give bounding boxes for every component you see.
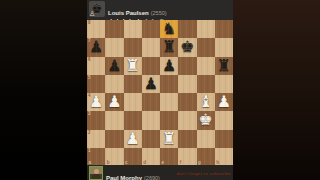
square-b7[interactable] bbox=[105, 38, 123, 56]
square-a2[interactable]: 2 bbox=[87, 130, 105, 148]
square-c4[interactable] bbox=[124, 93, 142, 111]
square-d6[interactable] bbox=[142, 57, 160, 75]
square-b3[interactable] bbox=[105, 111, 123, 129]
bottom-player-name: Paul Morphy bbox=[106, 175, 142, 180]
top-player-avatar: ♚ ♙ bbox=[89, 1, 105, 17]
square-a4[interactable]: 4♟ bbox=[87, 93, 105, 111]
chess-board: 8♞7♟♜♚6♟♜♟♜5♟4♟♟♝♟3♚2♟♜1abcdefgh bbox=[87, 20, 233, 166]
rank-label-1: 1 bbox=[88, 149, 91, 154]
square-f3[interactable] bbox=[178, 111, 196, 129]
rank-label-6: 6 bbox=[88, 58, 91, 63]
square-e7[interactable]: ♜ bbox=[160, 38, 178, 56]
chess-app: ♚ ♙ Louis Paulsen(2550) ♟♟♟♟ ♝ ♞♞ ♛ 8♞7♟… bbox=[87, 0, 233, 180]
square-g7[interactable] bbox=[197, 38, 215, 56]
square-b2[interactable] bbox=[105, 130, 123, 148]
square-d1[interactable]: d bbox=[142, 148, 160, 166]
top-player-bar: ♚ ♙ Louis Paulsen(2550) ♟♟♟♟ ♝ ♞♞ ♛ bbox=[87, 0, 233, 20]
square-h2[interactable] bbox=[215, 130, 233, 148]
piece-black-knight: ♞ bbox=[162, 21, 176, 37]
square-a5[interactable]: 5 bbox=[87, 75, 105, 93]
square-f7[interactable]: ♚ bbox=[178, 38, 196, 56]
rank-label-2: 2 bbox=[88, 131, 91, 136]
square-b8[interactable] bbox=[105, 20, 123, 38]
piece-black-pawn: ♟ bbox=[144, 76, 158, 92]
piece-white-pawn: ♟ bbox=[217, 94, 231, 110]
square-a3[interactable]: 3 bbox=[87, 111, 105, 129]
piece-white-rook: ♜ bbox=[162, 131, 176, 147]
square-f8[interactable] bbox=[178, 20, 196, 38]
rank-label-8: 8 bbox=[88, 21, 91, 26]
square-e6[interactable]: ♟ bbox=[160, 57, 178, 75]
square-b4[interactable]: ♟ bbox=[105, 93, 123, 111]
square-e5[interactable] bbox=[160, 75, 178, 93]
square-b6[interactable]: ♟ bbox=[105, 57, 123, 75]
white-pawn-badge-icon: ♙ bbox=[89, 11, 95, 17]
top-player-rating: (2550) bbox=[151, 10, 167, 16]
piece-white-king: ♚ bbox=[198, 112, 212, 128]
square-c8[interactable] bbox=[124, 20, 142, 38]
square-d2[interactable] bbox=[142, 130, 160, 148]
piece-black-king: ♚ bbox=[180, 39, 194, 55]
video-frame: ♚ ♙ Louis Paulsen(2550) ♟♟♟♟ ♝ ♞♞ ♛ 8♞7♟… bbox=[0, 0, 320, 180]
piece-black-rook: ♜ bbox=[162, 39, 176, 55]
square-a8[interactable]: 8 bbox=[87, 20, 105, 38]
square-h3[interactable] bbox=[215, 111, 233, 129]
square-d4[interactable] bbox=[142, 93, 160, 111]
square-a1[interactable]: 1a bbox=[87, 148, 105, 166]
piece-white-pawn: ♟ bbox=[125, 131, 139, 147]
bottom-player-rating: (2690) bbox=[144, 175, 160, 180]
piece-white-pawn: ♟ bbox=[89, 94, 103, 110]
square-e1[interactable]: e bbox=[160, 148, 178, 166]
square-g6[interactable] bbox=[197, 57, 215, 75]
subscribe-watermark: don't forget to subscribe bbox=[177, 171, 231, 176]
bottom-player-avatar bbox=[89, 166, 103, 180]
square-a6[interactable]: 6 bbox=[87, 57, 105, 75]
piece-black-pawn: ♟ bbox=[107, 58, 121, 74]
square-c2[interactable]: ♟ bbox=[124, 130, 142, 148]
square-c7[interactable] bbox=[124, 38, 142, 56]
square-h4[interactable]: ♟ bbox=[215, 93, 233, 111]
square-d5[interactable]: ♟ bbox=[142, 75, 160, 93]
square-h8[interactable] bbox=[215, 20, 233, 38]
bottom-player-bar: Paul Morphy(2690) ♟♟♟♟ ♞ ♝♝ ♛ don't forg… bbox=[87, 165, 233, 180]
square-h7[interactable] bbox=[215, 38, 233, 56]
square-a7[interactable]: 7♟ bbox=[87, 38, 105, 56]
piece-white-rook: ♜ bbox=[125, 58, 139, 74]
square-h5[interactable] bbox=[215, 75, 233, 93]
square-c6[interactable]: ♜ bbox=[124, 57, 142, 75]
rank-label-5: 5 bbox=[88, 76, 91, 81]
square-e2[interactable]: ♜ bbox=[160, 130, 178, 148]
rank-label-3: 3 bbox=[88, 112, 91, 117]
square-c1[interactable]: c bbox=[124, 148, 142, 166]
square-d8[interactable] bbox=[142, 20, 160, 38]
square-f6[interactable] bbox=[178, 57, 196, 75]
square-h6[interactable]: ♜ bbox=[215, 57, 233, 75]
square-h1[interactable]: h bbox=[215, 148, 233, 166]
square-g2[interactable] bbox=[197, 130, 215, 148]
square-g4[interactable]: ♝ bbox=[197, 93, 215, 111]
square-c5[interactable] bbox=[124, 75, 142, 93]
square-b1[interactable]: b bbox=[105, 148, 123, 166]
square-e4[interactable] bbox=[160, 93, 178, 111]
square-b5[interactable] bbox=[105, 75, 123, 93]
square-f5[interactable] bbox=[178, 75, 196, 93]
rank-label-7: 7 bbox=[88, 39, 91, 44]
square-g5[interactable] bbox=[197, 75, 215, 93]
rank-label-4: 4 bbox=[88, 94, 91, 99]
square-f1[interactable]: f bbox=[178, 148, 196, 166]
square-g8[interactable] bbox=[197, 20, 215, 38]
square-g1[interactable]: g bbox=[197, 148, 215, 166]
letterbox-right bbox=[233, 0, 320, 180]
square-f2[interactable] bbox=[178, 130, 196, 148]
top-player-name: Louis Paulsen bbox=[108, 10, 149, 16]
square-f4[interactable] bbox=[178, 93, 196, 111]
piece-black-rook: ♜ bbox=[217, 58, 231, 74]
square-g3[interactable]: ♚ bbox=[197, 111, 215, 129]
square-d3[interactable] bbox=[142, 111, 160, 129]
square-c3[interactable] bbox=[124, 111, 142, 129]
piece-white-bishop: ♝ bbox=[198, 94, 212, 110]
piece-white-pawn: ♟ bbox=[107, 94, 121, 110]
letterbox-left bbox=[0, 0, 87, 180]
square-d7[interactable] bbox=[142, 38, 160, 56]
piece-black-pawn: ♟ bbox=[162, 58, 176, 74]
square-e8[interactable]: ♞ bbox=[160, 20, 178, 38]
square-e3[interactable] bbox=[160, 111, 178, 129]
piece-black-pawn: ♟ bbox=[89, 39, 103, 55]
